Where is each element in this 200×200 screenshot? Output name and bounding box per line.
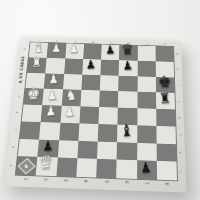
square-g4: ♟ bbox=[82, 59, 101, 75]
square-e4 bbox=[80, 90, 100, 107]
square-e5 bbox=[99, 91, 118, 108]
coord-left-file-h: h bbox=[23, 49, 27, 51]
piece-white-b-h1: ♝ bbox=[32, 41, 44, 55]
square-c3 bbox=[59, 123, 79, 141]
square-d4 bbox=[79, 106, 99, 123]
square-f4 bbox=[81, 74, 100, 90]
piece-black-k-f8: ♚ bbox=[157, 74, 172, 91]
square-e1: ♚ bbox=[24, 88, 44, 105]
square-d7 bbox=[137, 108, 156, 126]
square-c7 bbox=[137, 125, 157, 143]
square-d1 bbox=[22, 105, 43, 122]
coord-left-file-f: f bbox=[19, 80, 23, 81]
square-h7 bbox=[137, 46, 155, 62]
coord-bottom-rank-4: 4 bbox=[84, 179, 88, 182]
coord-bottom-rank-8: 8 bbox=[165, 182, 169, 185]
square-c4 bbox=[78, 123, 98, 141]
coord-right-file-g: g bbox=[176, 69, 180, 71]
coord-top-rank-7: 7 bbox=[145, 43, 149, 45]
coord-right-file-d: d bbox=[178, 117, 182, 119]
square-a6 bbox=[116, 160, 136, 179]
piece-white-n-e3: ♞ bbox=[65, 88, 76, 103]
square-h8 bbox=[155, 46, 173, 62]
square-h5: ♟ bbox=[101, 44, 119, 60]
coord-left-file-d: d bbox=[16, 112, 20, 114]
square-h2: ♟ bbox=[47, 43, 66, 58]
square-d5 bbox=[98, 107, 118, 124]
coord-bottom-rank-3: 3 bbox=[64, 179, 68, 182]
logo-knight-icon: ♞ bbox=[24, 163, 30, 169]
piece-white-q-a2: ♛ bbox=[39, 154, 53, 173]
piece-black-p-b2: ♟ bbox=[43, 139, 54, 153]
coord-bottom-rank-1: 1 bbox=[23, 177, 27, 180]
coord-left-file-a: a bbox=[9, 164, 13, 166]
coord-bottom-rank-5: 5 bbox=[104, 180, 108, 183]
square-f5 bbox=[100, 75, 119, 91]
square-g1: ♜ bbox=[27, 57, 47, 73]
square-c5 bbox=[98, 124, 118, 142]
square-e7 bbox=[137, 92, 156, 109]
square-a1: ♞ bbox=[16, 156, 38, 175]
square-d3: ♟ bbox=[60, 106, 80, 123]
board-grid: ♝♟♟♟♛♜♟♟♟♚♚♟♞♜♟♟♝♟♞♛♟ bbox=[16, 42, 177, 180]
coord-right-file-b: b bbox=[179, 152, 183, 154]
square-a3 bbox=[56, 158, 77, 177]
piece-white-p-d2: ♟ bbox=[46, 105, 56, 118]
brand-diamond-icon: ◆ bbox=[18, 80, 23, 83]
square-g7 bbox=[137, 61, 155, 77]
square-d2: ♟ bbox=[41, 105, 61, 122]
coord-right-file-e: e bbox=[177, 100, 181, 102]
square-g5 bbox=[100, 59, 119, 75]
coord-right-file-h: h bbox=[176, 53, 180, 55]
piece-white-p-h3: ♟ bbox=[69, 43, 79, 55]
piece-black-q-h6: ♛ bbox=[121, 43, 134, 58]
square-h3: ♟ bbox=[65, 43, 84, 58]
coord-top-rank-8: 8 bbox=[162, 43, 166, 45]
square-a4 bbox=[76, 158, 97, 177]
coord-bottom-rank-6: 6 bbox=[124, 181, 128, 184]
square-b5 bbox=[97, 141, 117, 160]
square-c6: ♝ bbox=[117, 124, 137, 142]
coord-left-file-c: c bbox=[14, 129, 18, 131]
coord-left-file-e: e bbox=[17, 95, 21, 97]
piece-black-b-c6: ♝ bbox=[120, 122, 133, 139]
us-chess-logo: ♞ bbox=[18, 158, 36, 174]
square-c1 bbox=[20, 121, 41, 139]
coord-bottom-rank-2: 2 bbox=[43, 178, 47, 181]
square-d8 bbox=[156, 109, 175, 127]
square-b1 bbox=[18, 139, 39, 157]
piece-white-k-e1: ♚ bbox=[27, 85, 41, 102]
piece-black-p-a7: ♟ bbox=[140, 160, 152, 175]
square-b3 bbox=[57, 140, 78, 159]
photo-scene: 12345678 ◆ US CHESS hgfedcba ♝♟♟♟♛♜♟♟♟♚♚… bbox=[0, 0, 200, 200]
coord-right-file-c: c bbox=[178, 134, 182, 136]
coord-bottom-rank-7: 7 bbox=[145, 181, 149, 184]
piece-black-p-g4: ♟ bbox=[86, 59, 96, 71]
square-e6 bbox=[118, 91, 137, 108]
piece-white-p-f2: ♟ bbox=[49, 73, 59, 86]
square-a2: ♛ bbox=[36, 157, 57, 176]
piece-white-p-h2: ♟ bbox=[51, 43, 61, 55]
coord-left-file-g: g bbox=[21, 64, 25, 66]
square-g6: ♟ bbox=[119, 60, 138, 76]
square-g3 bbox=[64, 58, 83, 74]
piece-white-r-g1: ♜ bbox=[31, 56, 42, 70]
piece-black-p-h5: ♟ bbox=[105, 44, 115, 56]
coord-right-file-a: a bbox=[179, 170, 183, 172]
square-b6 bbox=[117, 142, 137, 161]
chess-board: 12345678 ◆ US CHESS hgfedcba ♝♟♟♟♛♜♟♟♟♚♚… bbox=[3, 37, 186, 193]
piece-black-r-e8: ♜ bbox=[159, 91, 172, 106]
square-a8 bbox=[157, 161, 177, 180]
square-a5 bbox=[96, 159, 117, 178]
square-b4 bbox=[77, 140, 98, 159]
square-f7 bbox=[137, 76, 156, 92]
coord-left-file-b: b bbox=[11, 146, 15, 148]
coord-top-rank-4: 4 bbox=[91, 41, 95, 43]
square-e8: ♜ bbox=[156, 92, 175, 109]
piece-white-p-d3: ♟ bbox=[65, 105, 75, 118]
square-b7 bbox=[137, 142, 157, 161]
square-b8 bbox=[156, 143, 176, 162]
piece-white-p-e2: ♟ bbox=[47, 89, 57, 102]
coord-right-file-f: f bbox=[177, 85, 181, 86]
piece-black-p-g6: ♟ bbox=[123, 60, 133, 72]
square-c8 bbox=[156, 126, 176, 144]
square-a7: ♟ bbox=[137, 160, 157, 179]
square-f6 bbox=[118, 75, 137, 91]
